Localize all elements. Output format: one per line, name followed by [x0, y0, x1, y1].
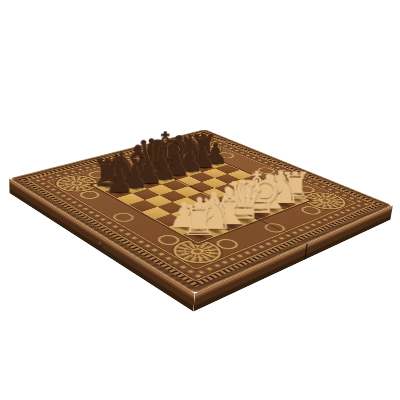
rosette-ornament-near — [164, 236, 231, 268]
chess-board: ♜♞♝♛♚♝♞♜♟♟♟♟♟♟♟♟♟♟♟♟♟♟♟♟♜♞♝♛♚♝♞♜ — [9, 129, 393, 293]
square-a5[interactable] — [129, 200, 157, 212]
square-b6[interactable] — [132, 189, 159, 200]
latch-pin — [99, 240, 103, 247]
fold-seam-edge — [304, 243, 308, 260]
scene: ♜♞♝♛♚♝♞♜♟♟♟♟♟♟♟♟♟♟♟♟♟♟♟♟♜♞♝♛♚♝♞♜ — [0, 0, 400, 400]
square-a6[interactable] — [117, 193, 145, 204]
